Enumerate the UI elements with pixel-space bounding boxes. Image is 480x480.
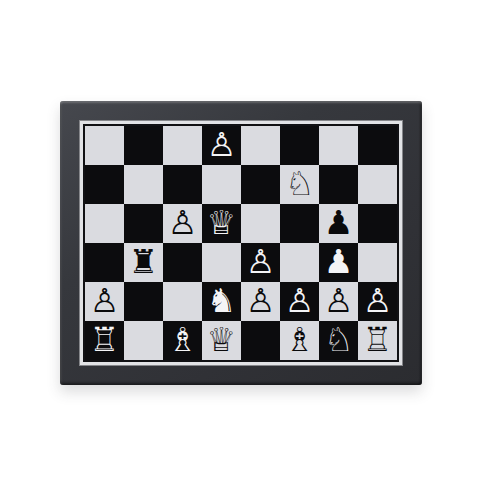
board-square: ♕ [202, 204, 241, 243]
board-square [163, 165, 202, 204]
black-bishop-piece: ♗ [168, 321, 198, 359]
board-square: ♟ [319, 243, 358, 282]
board-square: ♗ [280, 321, 319, 360]
white-bishop-piece: ♗ [285, 321, 315, 359]
board-square [85, 243, 124, 282]
white-knight-piece: ♘ [285, 165, 315, 203]
board-square: ♞ [202, 282, 241, 321]
board-square [85, 204, 124, 243]
white-pawn-piece: ♙ [324, 282, 354, 320]
board-square: ♕ [202, 321, 241, 360]
picture-frame: ♙♘♙♕♟♜♙♟♙♞♙♙♙♙♖♗♕♗♘♖ [60, 101, 422, 385]
board-square [319, 165, 358, 204]
board-square [124, 282, 163, 321]
board-square: ♙ [280, 282, 319, 321]
board-square [85, 165, 124, 204]
board-square [124, 204, 163, 243]
board-square: ♗ [163, 321, 202, 360]
black-knight-piece: ♘ [324, 321, 354, 359]
board-square: ♖ [358, 321, 397, 360]
board-square [124, 165, 163, 204]
board-square [124, 126, 163, 165]
black-pawn-piece: ♙ [246, 243, 276, 281]
board-square [241, 204, 280, 243]
board-square: ♙ [85, 282, 124, 321]
board-square: ♘ [319, 321, 358, 360]
board-square: ♙ [163, 204, 202, 243]
board-square [358, 165, 397, 204]
board-square: ♙ [319, 282, 358, 321]
board-square [241, 165, 280, 204]
white-pawn-piece: ♙ [168, 204, 198, 242]
board-square [124, 321, 163, 360]
board-square [202, 165, 241, 204]
black-queen-piece: ♕ [207, 204, 237, 242]
frame-inner-trim: ♙♘♙♕♟♜♙♟♙♞♙♙♙♙♖♗♕♗♘♖ [80, 121, 402, 365]
board-square [280, 126, 319, 165]
white-pawn-piece: ♟ [324, 243, 354, 281]
white-pawn-piece: ♙ [90, 282, 120, 320]
board-square [319, 126, 358, 165]
board-square: ♘ [280, 165, 319, 204]
black-rook-piece: ♜ [129, 243, 159, 281]
white-rook-piece: ♖ [363, 321, 393, 359]
white-knight-piece: ♞ [207, 282, 237, 320]
white-queen-piece: ♕ [207, 321, 237, 359]
black-pawn-piece: ♟ [324, 204, 354, 242]
board-square [358, 243, 397, 282]
board-square [163, 243, 202, 282]
black-rook-piece: ♖ [90, 321, 120, 359]
board-square: ♙ [202, 126, 241, 165]
board-square [280, 243, 319, 282]
board-square: ♙ [358, 282, 397, 321]
board-square: ♙ [241, 282, 280, 321]
board-square [241, 321, 280, 360]
board-square: ♙ [241, 243, 280, 282]
board-square: ♖ [85, 321, 124, 360]
product-photo: ♙♘♙♕♟♜♙♟♙♞♙♙♙♙♖♗♕♗♘♖ [0, 0, 480, 480]
board-square [202, 243, 241, 282]
board-square [163, 126, 202, 165]
board-square [163, 282, 202, 321]
chess-board: ♙♘♙♕♟♜♙♟♙♞♙♙♙♙♖♗♕♗♘♖ [83, 124, 399, 362]
white-pawn-piece: ♙ [246, 282, 276, 320]
board-square [358, 204, 397, 243]
black-pawn-piece: ♙ [363, 282, 393, 320]
board-square [358, 126, 397, 165]
board-square: ♟ [319, 204, 358, 243]
board-square: ♜ [124, 243, 163, 282]
board-square [241, 126, 280, 165]
board-square [85, 126, 124, 165]
board-square [280, 204, 319, 243]
black-pawn-piece: ♙ [285, 282, 315, 320]
black-pawn-piece: ♙ [207, 126, 237, 164]
